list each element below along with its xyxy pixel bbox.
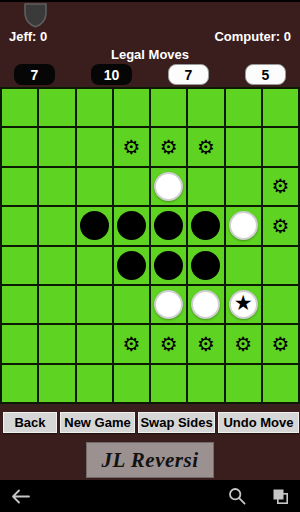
board-cell-h2[interactable]	[263, 128, 298, 165]
back-arrow-icon[interactable]	[11, 489, 30, 504]
board-cell-d1[interactable]	[114, 89, 149, 126]
app-screen: Jeff: 0 Computer: 0 Legal Moves 7 10 7 5…	[0, 0, 300, 512]
board-cell-a7[interactable]	[2, 325, 37, 362]
legal-move-marker-icon: ⚙	[197, 334, 215, 354]
board-cell-f8[interactable]	[188, 365, 223, 402]
black-disc	[80, 211, 109, 240]
search-icon[interactable]	[228, 487, 246, 505]
overlapping-windows-icon[interactable]	[271, 487, 290, 506]
board-cell-a8[interactable]	[2, 365, 37, 402]
board-cell-g8[interactable]	[226, 365, 261, 402]
board-cell-h1[interactable]	[263, 89, 298, 126]
legal-move-counters: 7 10 7 5	[0, 64, 300, 85]
legal-move-marker-icon: ⚙	[197, 137, 215, 157]
board-cell-c2[interactable]	[77, 128, 112, 165]
white-disc	[154, 290, 183, 319]
counter-chip-white-2: 5	[245, 64, 286, 85]
board-cell-a5[interactable]	[2, 247, 37, 284]
board-cell-f2[interactable]: ⚙	[188, 128, 223, 165]
board-cell-e6[interactable]	[151, 286, 186, 323]
app-title-plate: JL Reversi	[86, 442, 214, 478]
score-row: Jeff: 0 Computer: 0	[0, 29, 300, 44]
computer-score: Computer: 0	[214, 29, 291, 44]
board-cell-f3[interactable]	[188, 168, 223, 205]
legal-move-marker-icon: ⚙	[160, 137, 178, 157]
board-cell-d6[interactable]	[114, 286, 149, 323]
board-cell-d7[interactable]: ⚙	[114, 325, 149, 362]
black-disc	[117, 251, 146, 280]
board-cell-d4[interactable]	[114, 207, 149, 244]
board-cell-d8[interactable]	[114, 365, 149, 402]
legal-moves-title: Legal Moves	[0, 47, 300, 62]
black-disc	[154, 251, 183, 280]
board-cell-g5[interactable]	[226, 247, 261, 284]
board-cell-f6[interactable]	[188, 286, 223, 323]
board-cell-g6[interactable]: ★	[226, 286, 261, 323]
board-cell-a1[interactable]	[2, 89, 37, 126]
counter-chip-white-1: 7	[168, 64, 209, 85]
board-cell-h8[interactable]	[263, 365, 298, 402]
black-disc	[191, 211, 220, 240]
board-cell-g1[interactable]	[226, 89, 261, 126]
board-cell-g7[interactable]: ⚙	[226, 325, 261, 362]
white-disc	[154, 172, 183, 201]
board-cell-g3[interactable]	[226, 168, 261, 205]
board-cell-b1[interactable]	[39, 89, 74, 126]
board-cell-b5[interactable]	[39, 247, 74, 284]
black-disc	[154, 211, 183, 240]
undo-move-button[interactable]: Undo Move	[218, 412, 299, 433]
board-cell-e1[interactable]	[151, 89, 186, 126]
white-disc	[191, 290, 220, 319]
white-disc	[229, 211, 258, 240]
board-cell-b3[interactable]	[39, 168, 74, 205]
board-cell-e2[interactable]: ⚙	[151, 128, 186, 165]
counter-chip-black-2: 10	[91, 64, 132, 85]
white-disc-last-move: ★	[229, 290, 258, 319]
board-cell-h5[interactable]	[263, 247, 298, 284]
board-cell-a4[interactable]	[2, 207, 37, 244]
board-cell-f4[interactable]	[188, 207, 223, 244]
board-cell-h4[interactable]: ⚙	[263, 207, 298, 244]
counter-chip-black-1: 7	[14, 64, 55, 85]
black-disc	[117, 211, 146, 240]
board: ⚙⚙⚙⚙⚙★⚙⚙⚙⚙⚙	[0, 87, 300, 404]
board-cell-c4[interactable]	[77, 207, 112, 244]
board-cell-f1[interactable]	[188, 89, 223, 126]
board-cell-b2[interactable]	[39, 128, 74, 165]
legal-move-marker-icon: ⚙	[271, 176, 289, 196]
board-cell-h3[interactable]: ⚙	[263, 168, 298, 205]
swap-sides-button[interactable]: Swap Sides	[138, 412, 215, 433]
player-score: Jeff: 0	[9, 29, 47, 44]
board-cell-h6[interactable]	[263, 286, 298, 323]
board-cell-c7[interactable]	[77, 325, 112, 362]
board-cell-d3[interactable]	[114, 168, 149, 205]
black-disc	[191, 251, 220, 280]
board-cell-c6[interactable]	[77, 286, 112, 323]
legal-move-marker-icon: ⚙	[122, 334, 140, 354]
board-cell-a6[interactable]	[2, 286, 37, 323]
board-cell-e3[interactable]	[151, 168, 186, 205]
board-cell-a2[interactable]	[2, 128, 37, 165]
legal-move-marker-icon: ⚙	[271, 334, 289, 354]
board-cell-h7[interactable]: ⚙	[263, 325, 298, 362]
legal-move-marker-icon: ⚙	[160, 334, 178, 354]
board-cell-e5[interactable]	[151, 247, 186, 284]
board-cell-f5[interactable]	[188, 247, 223, 284]
board-cell-a3[interactable]	[2, 168, 37, 205]
board-cell-c8[interactable]	[77, 365, 112, 402]
board-cell-f7[interactable]: ⚙	[188, 325, 223, 362]
board-cell-d5[interactable]	[114, 247, 149, 284]
board-cell-c3[interactable]	[77, 168, 112, 205]
legal-move-marker-icon: ⚙	[122, 137, 140, 157]
board-cell-b6[interactable]	[39, 286, 74, 323]
board-cell-c5[interactable]	[77, 247, 112, 284]
legal-move-marker-icon: ⚙	[271, 216, 289, 236]
board-cell-b8[interactable]	[39, 365, 74, 402]
board-cell-e4[interactable]	[151, 207, 186, 244]
back-button[interactable]: Back	[3, 412, 57, 433]
board-cell-b4[interactable]	[39, 207, 74, 244]
android-nav-bar	[0, 480, 300, 512]
legal-move-marker-icon: ⚙	[234, 334, 252, 354]
board-cell-e7[interactable]: ⚙	[151, 325, 186, 362]
last-move-star-icon: ★	[234, 293, 253, 314]
turn-shield-icon	[23, 2, 48, 28]
board-cell-b7[interactable]	[39, 325, 74, 362]
board-cell-g4[interactable]	[226, 207, 261, 244]
board-cell-d2[interactable]: ⚙	[114, 128, 149, 165]
action-bar: Back New Game Swap Sides Undo Move	[3, 412, 299, 433]
board-cell-c1[interactable]	[77, 89, 112, 126]
board-cell-e8[interactable]	[151, 365, 186, 402]
board-cell-g2[interactable]	[226, 128, 261, 165]
new-game-button[interactable]: New Game	[60, 412, 135, 433]
